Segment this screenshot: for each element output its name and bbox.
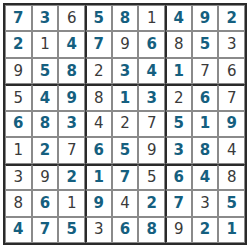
sudoku-cell-r3c1[interactable]: 9 [5,58,32,84]
sudoku-cell-r9c9[interactable]: 1 [218,217,245,243]
sudoku-cell-r8c6[interactable]: 2 [138,190,165,216]
sudoku-cell-r3c8[interactable]: 7 [192,58,219,84]
sudoku-cell-r4c7[interactable]: 2 [165,84,192,110]
sudoku-cell-r6c7[interactable]: 3 [165,137,192,163]
sudoku-cell-r8c5[interactable]: 4 [112,190,139,216]
sudoku-cell-r5c7[interactable]: 5 [165,111,192,137]
sudoku-cell-r6c1[interactable]: 1 [5,137,32,163]
sudoku-cell-r4c1[interactable]: 5 [5,84,32,110]
sudoku-cell-r7c7[interactable]: 6 [165,164,192,190]
sudoku-cell-r9c6[interactable]: 8 [138,217,165,243]
sudoku-cell-r8c3[interactable]: 1 [58,190,85,216]
sudoku-cell-r4c5[interactable]: 1 [112,84,139,110]
sudoku-cell-r1c4[interactable]: 5 [85,5,112,31]
sudoku-cell-r7c9[interactable]: 8 [218,164,245,190]
sudoku-cell-r8c2[interactable]: 6 [32,190,59,216]
sudoku-cell-r2c9[interactable]: 3 [218,31,245,57]
sudoku-cell-r2c3[interactable]: 4 [58,31,85,57]
sudoku-cell-r7c1[interactable]: 3 [5,164,32,190]
sudoku-cell-r4c6[interactable]: 3 [138,84,165,110]
sudoku-cell-r2c8[interactable]: 5 [192,31,219,57]
sudoku-cell-r6c3[interactable]: 7 [58,137,85,163]
sudoku-cell-r5c3[interactable]: 3 [58,111,85,137]
sudoku-cell-r7c4[interactable]: 1 [85,164,112,190]
sudoku-cell-r4c9[interactable]: 7 [218,84,245,110]
sudoku-cell-r1c5[interactable]: 8 [112,5,139,31]
sudoku-cell-r1c7[interactable]: 4 [165,5,192,31]
sudoku-cell-r5c2[interactable]: 8 [32,111,59,137]
sudoku-cell-r1c8[interactable]: 9 [192,5,219,31]
sudoku-cell-r7c3[interactable]: 2 [58,164,85,190]
sudoku-cell-r8c4[interactable]: 9 [85,190,112,216]
sudoku-cell-r9c5[interactable]: 6 [112,217,139,243]
sudoku-cell-r9c8[interactable]: 2 [192,217,219,243]
sudoku-cell-r5c4[interactable]: 4 [85,111,112,137]
sudoku-cell-r5c1[interactable]: 6 [5,111,32,137]
sudoku-cell-r7c6[interactable]: 5 [138,164,165,190]
sudoku-cell-r1c6[interactable]: 1 [138,5,165,31]
sudoku-cell-r3c2[interactable]: 5 [32,58,59,84]
sudoku-cell-r5c5[interactable]: 2 [112,111,139,137]
sudoku-cell-r7c2[interactable]: 9 [32,164,59,190]
sudoku-cell-r3c4[interactable]: 2 [85,58,112,84]
sudoku-cell-r9c1[interactable]: 4 [5,217,32,243]
sudoku-cell-r2c2[interactable]: 1 [32,31,59,57]
sudoku-cell-r9c4[interactable]: 3 [85,217,112,243]
sudoku-cell-r3c7[interactable]: 1 [165,58,192,84]
sudoku-cell-r1c2[interactable]: 3 [32,5,59,31]
sudoku-cell-r1c3[interactable]: 6 [58,5,85,31]
sudoku-cell-r7c8[interactable]: 4 [192,164,219,190]
sudoku-cell-r9c7[interactable]: 9 [165,217,192,243]
sudoku-cell-r2c1[interactable]: 2 [5,31,32,57]
sudoku-cell-r4c8[interactable]: 6 [192,84,219,110]
sudoku-cell-r6c5[interactable]: 5 [112,137,139,163]
sudoku-cell-r7c5[interactable]: 7 [112,164,139,190]
sudoku-cell-r2c6[interactable]: 6 [138,31,165,57]
sudoku-cell-r3c9[interactable]: 6 [218,58,245,84]
sudoku-cell-r3c5[interactable]: 3 [112,58,139,84]
sudoku-cell-r5c9[interactable]: 9 [218,111,245,137]
sudoku-board: 7365814922147968539582341765498132676834… [3,3,247,245]
sudoku-cell-r2c7[interactable]: 8 [165,31,192,57]
sudoku-cell-r1c9[interactable]: 2 [218,5,245,31]
sudoku-cell-r3c3[interactable]: 8 [58,58,85,84]
sudoku-cell-r5c8[interactable]: 1 [192,111,219,137]
sudoku-cell-r9c2[interactable]: 7 [32,217,59,243]
sudoku-cell-r4c2[interactable]: 4 [32,84,59,110]
sudoku-cell-r9c3[interactable]: 5 [58,217,85,243]
sudoku-cell-r8c8[interactable]: 3 [192,190,219,216]
sudoku-cell-r3c6[interactable]: 4 [138,58,165,84]
sudoku-cell-r6c9[interactable]: 4 [218,137,245,163]
sudoku-cell-r4c4[interactable]: 8 [85,84,112,110]
sudoku-cell-r6c8[interactable]: 8 [192,137,219,163]
sudoku-cell-r8c9[interactable]: 5 [218,190,245,216]
sudoku-cell-r6c2[interactable]: 2 [32,137,59,163]
sudoku-cell-r5c6[interactable]: 7 [138,111,165,137]
sudoku-cell-r6c6[interactable]: 9 [138,137,165,163]
sudoku-cell-r4c3[interactable]: 9 [58,84,85,110]
sudoku-cell-r8c1[interactable]: 8 [5,190,32,216]
sudoku-cell-r2c4[interactable]: 7 [85,31,112,57]
sudoku-cell-r2c5[interactable]: 9 [112,31,139,57]
sudoku-cell-r1c1[interactable]: 7 [5,5,32,31]
sudoku-cell-r8c7[interactable]: 7 [165,190,192,216]
sudoku-cell-r6c4[interactable]: 6 [85,137,112,163]
